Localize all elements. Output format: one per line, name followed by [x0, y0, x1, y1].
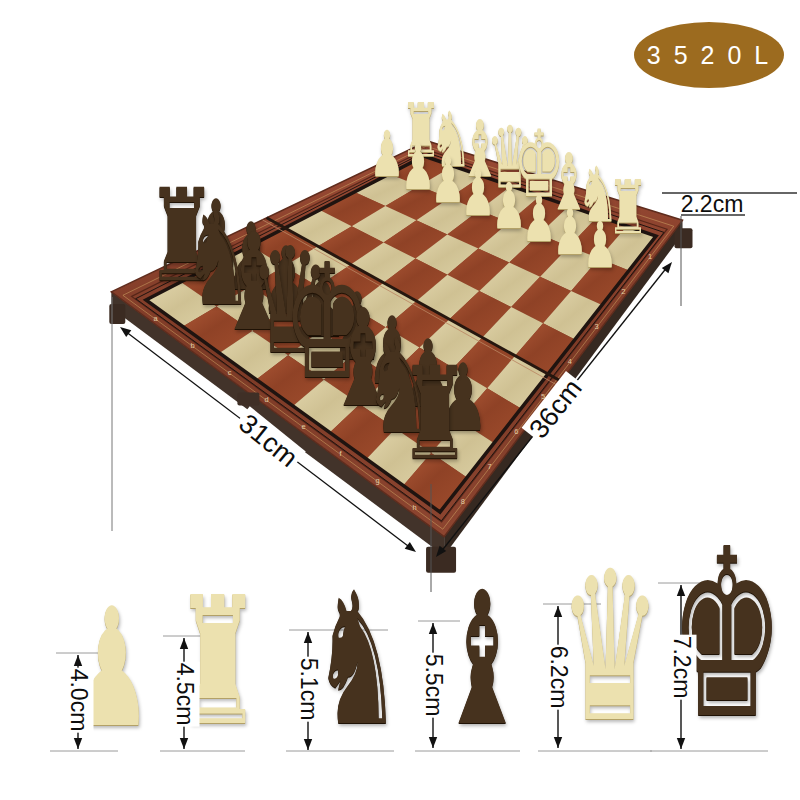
height-label-bishop: 5.5cm — [418, 653, 449, 718]
model-number: 3 5 2 0 L — [647, 41, 771, 70]
svg-text:1: 1 — [648, 252, 652, 261]
svg-text:6: 6 — [514, 427, 518, 436]
svg-text:h: h — [413, 503, 417, 512]
size-chart-rook-figure: ♜ — [139, 574, 298, 751]
height-label-queen: 6.2cm — [543, 645, 574, 710]
size-chart-king-figure: ♚ — [623, 518, 800, 751]
height-label-knight: 5.1cm — [293, 657, 324, 722]
svg-text:8: 8 — [461, 497, 465, 506]
svg-text:4: 4 — [568, 357, 572, 366]
piece-light-p-h2: ♟ — [572, 214, 629, 277]
product-photo-chess-set: a1b2c3d4e5f6g7h8 3 5 2 0 L ♜♞♟♝♟♛♚♟♝♟♞♟♜… — [0, 0, 800, 800]
height-label-king: 7.2cm — [666, 635, 697, 700]
dimension-label-thickness: 2.2cm — [678, 191, 747, 218]
height-label-pawn: 4.0cm — [63, 668, 94, 733]
piece-dark-r-h8: ♜ — [378, 351, 492, 478]
svg-text:3: 3 — [594, 322, 598, 331]
model-badge: 3 5 2 0 L — [634, 22, 784, 88]
svg-text:2: 2 — [621, 287, 625, 296]
height-label-rook: 4.5cm — [169, 662, 200, 727]
